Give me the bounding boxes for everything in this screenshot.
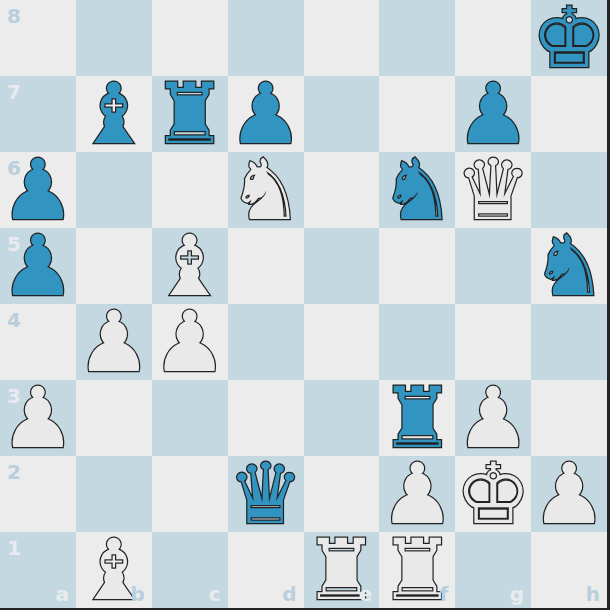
chess-board[interactable]: 8♚7♝♜♟♟6♟♞♞♛5♟♝♞4♟♟3♟♜♟2♛♟♚♟1ab♝cde♜f♜gh <box>0 0 607 607</box>
square-c7[interactable]: ♜ <box>152 76 228 152</box>
file-label-c: c <box>209 584 221 604</box>
square-h1[interactable]: h <box>531 532 607 608</box>
piece-white-bishop[interactable]: ♝ <box>76 532 151 608</box>
square-g5[interactable] <box>455 228 531 304</box>
square-e5[interactable] <box>304 228 380 304</box>
square-a8[interactable]: 8 <box>0 0 76 76</box>
square-d4[interactable] <box>228 304 304 380</box>
piece-white-king[interactable]: ♚ <box>456 456 531 532</box>
file-label-h: h <box>586 584 600 604</box>
square-a3[interactable]: 3♟ <box>0 380 76 456</box>
piece-blue-knight[interactable]: ♞ <box>380 152 455 228</box>
square-a1[interactable]: 1a <box>0 532 76 608</box>
square-e1[interactable]: e♜ <box>304 532 380 608</box>
piece-white-pawn[interactable]: ♟ <box>0 380 75 456</box>
square-e8[interactable] <box>304 0 380 76</box>
square-g6[interactable]: ♛ <box>455 152 531 228</box>
rank-label-4: 4 <box>7 310 21 330</box>
rank-label-1: 1 <box>7 538 21 558</box>
square-a2[interactable]: 2 <box>0 456 76 532</box>
piece-white-pawn[interactable]: ♟ <box>531 456 606 532</box>
square-c3[interactable] <box>152 380 228 456</box>
piece-blue-bishop[interactable]: ♝ <box>76 76 151 152</box>
file-label-a: a <box>55 584 69 604</box>
square-f1[interactable]: f♜ <box>379 532 455 608</box>
square-h7[interactable] <box>531 76 607 152</box>
square-g2[interactable]: ♚ <box>455 456 531 532</box>
board-frame: 8♚7♝♜♟♟6♟♞♞♛5♟♝♞4♟♟3♟♜♟2♛♟♚♟1ab♝cde♜f♜gh <box>0 0 610 610</box>
square-e6[interactable] <box>304 152 380 228</box>
square-d6[interactable]: ♞ <box>228 152 304 228</box>
square-b3[interactable] <box>76 380 152 456</box>
piece-blue-queen[interactable]: ♛ <box>228 456 303 532</box>
square-h4[interactable] <box>531 304 607 380</box>
square-c2[interactable] <box>152 456 228 532</box>
square-g1[interactable]: g <box>455 532 531 608</box>
square-c4[interactable]: ♟ <box>152 304 228 380</box>
piece-blue-rook[interactable]: ♜ <box>152 76 227 152</box>
square-e4[interactable] <box>304 304 380 380</box>
square-h8[interactable]: ♚ <box>531 0 607 76</box>
square-d5[interactable] <box>228 228 304 304</box>
square-d2[interactable]: ♛ <box>228 456 304 532</box>
square-c1[interactable]: c <box>152 532 228 608</box>
piece-white-queen[interactable]: ♛ <box>456 152 531 228</box>
piece-white-pawn[interactable]: ♟ <box>152 304 227 380</box>
rank-label-7: 7 <box>7 82 21 102</box>
piece-white-pawn[interactable]: ♟ <box>76 304 151 380</box>
square-b4[interactable]: ♟ <box>76 304 152 380</box>
rank-label-2: 2 <box>7 462 21 482</box>
piece-white-rook[interactable]: ♜ <box>380 532 455 608</box>
square-b1[interactable]: b♝ <box>76 532 152 608</box>
square-b7[interactable]: ♝ <box>76 76 152 152</box>
piece-blue-knight[interactable]: ♞ <box>531 228 606 304</box>
square-h5[interactable]: ♞ <box>531 228 607 304</box>
square-e7[interactable] <box>304 76 380 152</box>
square-f8[interactable] <box>379 0 455 76</box>
rank-label-8: 8 <box>7 6 21 26</box>
square-a5[interactable]: 5♟ <box>0 228 76 304</box>
square-f6[interactable]: ♞ <box>379 152 455 228</box>
file-label-g: g <box>510 584 524 604</box>
square-h2[interactable]: ♟ <box>531 456 607 532</box>
file-label-d: d <box>282 584 296 604</box>
square-e3[interactable] <box>304 380 380 456</box>
piece-white-rook[interactable]: ♜ <box>304 532 379 608</box>
square-f5[interactable] <box>379 228 455 304</box>
square-d1[interactable]: d <box>228 532 304 608</box>
piece-blue-king[interactable]: ♚ <box>531 0 606 76</box>
piece-white-knight[interactable]: ♞ <box>228 152 303 228</box>
square-b6[interactable] <box>76 152 152 228</box>
piece-blue-pawn[interactable]: ♟ <box>0 228 75 304</box>
